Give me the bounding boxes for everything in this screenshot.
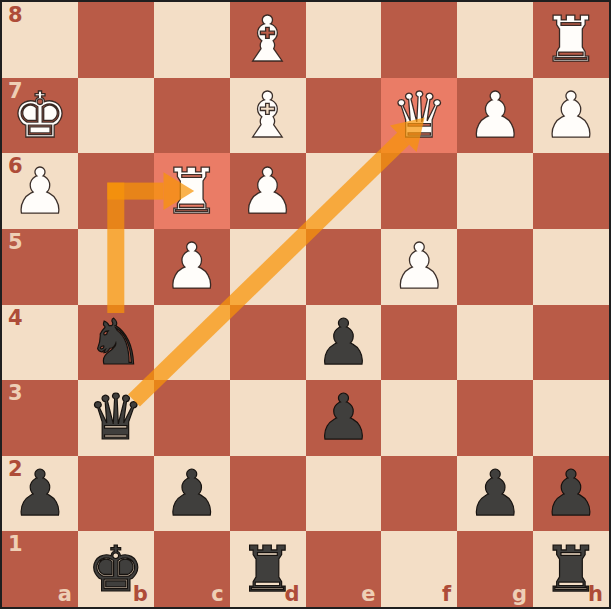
square-f2[interactable] bbox=[381, 456, 457, 532]
black-pawn-e4[interactable]: ♟ bbox=[306, 305, 382, 381]
square-b7[interactable] bbox=[78, 78, 154, 154]
square-b2[interactable] bbox=[78, 456, 154, 532]
square-a8[interactable]: 8 bbox=[2, 2, 78, 78]
chess-board[interactable]: 8♝♜7♚♝♛♟♟6♟♜♟5♟♟4♞♟3♛♟2♟♟♟♟1ab♚cd♜efgh♜ bbox=[0, 0, 611, 609]
square-c3[interactable] bbox=[154, 380, 230, 456]
square-a3[interactable]: 3 bbox=[2, 380, 78, 456]
black-rook-d1[interactable]: ♜ bbox=[230, 531, 306, 607]
square-g4[interactable] bbox=[457, 305, 533, 381]
square-e5[interactable] bbox=[306, 229, 382, 305]
square-e4[interactable]: ♟ bbox=[306, 305, 382, 381]
square-c4[interactable] bbox=[154, 305, 230, 381]
white-pawn-g7[interactable]: ♟ bbox=[457, 78, 533, 154]
square-f7[interactable]: ♛ bbox=[381, 78, 457, 154]
square-f5[interactable]: ♟ bbox=[381, 229, 457, 305]
square-f6[interactable] bbox=[381, 153, 457, 229]
file-label-a: a bbox=[58, 583, 72, 606]
square-h8[interactable]: ♜ bbox=[533, 2, 609, 78]
white-bishop-d7[interactable]: ♝ bbox=[230, 78, 306, 154]
file-label-f: f bbox=[442, 583, 451, 606]
black-queen-b3[interactable]: ♛ bbox=[78, 380, 154, 456]
square-g6[interactable] bbox=[457, 153, 533, 229]
square-d5[interactable] bbox=[230, 229, 306, 305]
file-label-c: c bbox=[211, 583, 223, 606]
black-pawn-a2[interactable]: ♟ bbox=[2, 456, 78, 532]
file-label-g: g bbox=[512, 583, 527, 606]
square-h7[interactable]: ♟ bbox=[533, 78, 609, 154]
square-b4[interactable]: ♞ bbox=[78, 305, 154, 381]
square-d4[interactable] bbox=[230, 305, 306, 381]
square-f8[interactable] bbox=[381, 2, 457, 78]
white-bishop-d8[interactable]: ♝ bbox=[230, 2, 306, 78]
square-a4[interactable]: 4 bbox=[2, 305, 78, 381]
square-g1[interactable]: g bbox=[457, 531, 533, 607]
white-pawn-a6[interactable]: ♟ bbox=[2, 153, 78, 229]
square-g7[interactable]: ♟ bbox=[457, 78, 533, 154]
rank-label-1: 1 bbox=[8, 533, 23, 556]
square-g3[interactable] bbox=[457, 380, 533, 456]
square-e2[interactable] bbox=[306, 456, 382, 532]
square-h4[interactable] bbox=[533, 305, 609, 381]
square-d6[interactable]: ♟ bbox=[230, 153, 306, 229]
square-a1[interactable]: 1a bbox=[2, 531, 78, 607]
square-f1[interactable]: f bbox=[381, 531, 457, 607]
square-c8[interactable] bbox=[154, 2, 230, 78]
square-h5[interactable] bbox=[533, 229, 609, 305]
black-knight-b4[interactable]: ♞ bbox=[78, 305, 154, 381]
square-a2[interactable]: 2♟ bbox=[2, 456, 78, 532]
square-d3[interactable] bbox=[230, 380, 306, 456]
white-rook-c6[interactable]: ♜ bbox=[154, 153, 230, 229]
black-pawn-h2[interactable]: ♟ bbox=[533, 456, 609, 532]
square-h2[interactable]: ♟ bbox=[533, 456, 609, 532]
square-a7[interactable]: 7♚ bbox=[2, 78, 78, 154]
square-h1[interactable]: h♜ bbox=[533, 531, 609, 607]
black-pawn-c2[interactable]: ♟ bbox=[154, 456, 230, 532]
square-h3[interactable] bbox=[533, 380, 609, 456]
rank-label-5: 5 bbox=[8, 231, 23, 254]
square-b8[interactable] bbox=[78, 2, 154, 78]
square-g2[interactable]: ♟ bbox=[457, 456, 533, 532]
square-b1[interactable]: b♚ bbox=[78, 531, 154, 607]
white-pawn-h7[interactable]: ♟ bbox=[533, 78, 609, 154]
black-king-b1[interactable]: ♚ bbox=[78, 531, 154, 607]
square-e7[interactable] bbox=[306, 78, 382, 154]
white-king-a7[interactable]: ♚ bbox=[2, 78, 78, 154]
black-rook-h1[interactable]: ♜ bbox=[533, 531, 609, 607]
square-a5[interactable]: 5 bbox=[2, 229, 78, 305]
square-f3[interactable] bbox=[381, 380, 457, 456]
square-g8[interactable] bbox=[457, 2, 533, 78]
square-f4[interactable] bbox=[381, 305, 457, 381]
black-pawn-g2[interactable]: ♟ bbox=[457, 456, 533, 532]
square-e6[interactable] bbox=[306, 153, 382, 229]
rank-label-8: 8 bbox=[8, 4, 23, 27]
rank-label-4: 4 bbox=[8, 307, 23, 330]
square-c1[interactable]: c bbox=[154, 531, 230, 607]
square-c6[interactable]: ♜ bbox=[154, 153, 230, 229]
square-c5[interactable]: ♟ bbox=[154, 229, 230, 305]
rank-label-3: 3 bbox=[8, 382, 23, 405]
black-pawn-e3[interactable]: ♟ bbox=[306, 380, 382, 456]
square-b6[interactable] bbox=[78, 153, 154, 229]
white-queen-f7[interactable]: ♛ bbox=[381, 78, 457, 154]
white-rook-h8[interactable]: ♜ bbox=[533, 2, 609, 78]
square-d1[interactable]: d♜ bbox=[230, 531, 306, 607]
square-b3[interactable]: ♛ bbox=[78, 380, 154, 456]
white-pawn-d6[interactable]: ♟ bbox=[230, 153, 306, 229]
square-e1[interactable]: e bbox=[306, 531, 382, 607]
square-a6[interactable]: 6♟ bbox=[2, 153, 78, 229]
square-d7[interactable]: ♝ bbox=[230, 78, 306, 154]
square-d2[interactable] bbox=[230, 456, 306, 532]
square-g5[interactable] bbox=[457, 229, 533, 305]
white-pawn-c5[interactable]: ♟ bbox=[154, 229, 230, 305]
white-pawn-f5[interactable]: ♟ bbox=[381, 229, 457, 305]
square-e8[interactable] bbox=[306, 2, 382, 78]
file-label-e: e bbox=[361, 583, 375, 606]
square-b5[interactable] bbox=[78, 229, 154, 305]
square-e3[interactable]: ♟ bbox=[306, 380, 382, 456]
square-c7[interactable] bbox=[154, 78, 230, 154]
square-c2[interactable]: ♟ bbox=[154, 456, 230, 532]
square-h6[interactable] bbox=[533, 153, 609, 229]
square-d8[interactable]: ♝ bbox=[230, 2, 306, 78]
